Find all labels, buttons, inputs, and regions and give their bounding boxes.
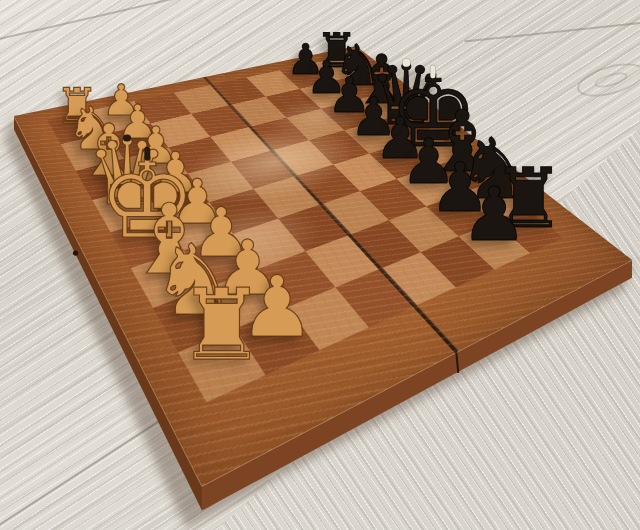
- pieces-layer: ♜♞♝♛♚♝♞♜♟♟♟♟♟♟♟♟♟♟♟♟♟♟♟♟♜♞♝♛♚♝♞♜: [0, 0, 640, 530]
- photo-scene: ♜♞♝♛♚♝♞♜♟♟♟♟♟♟♟♟♟♟♟♟♟♟♟♟♜♞♝♛♚♝♞♜: [0, 0, 640, 530]
- piece-black-pawn-h7[interactable]: ♟: [461, 179, 528, 253]
- piece-white-rook-h1[interactable]: ♜: [178, 276, 266, 375]
